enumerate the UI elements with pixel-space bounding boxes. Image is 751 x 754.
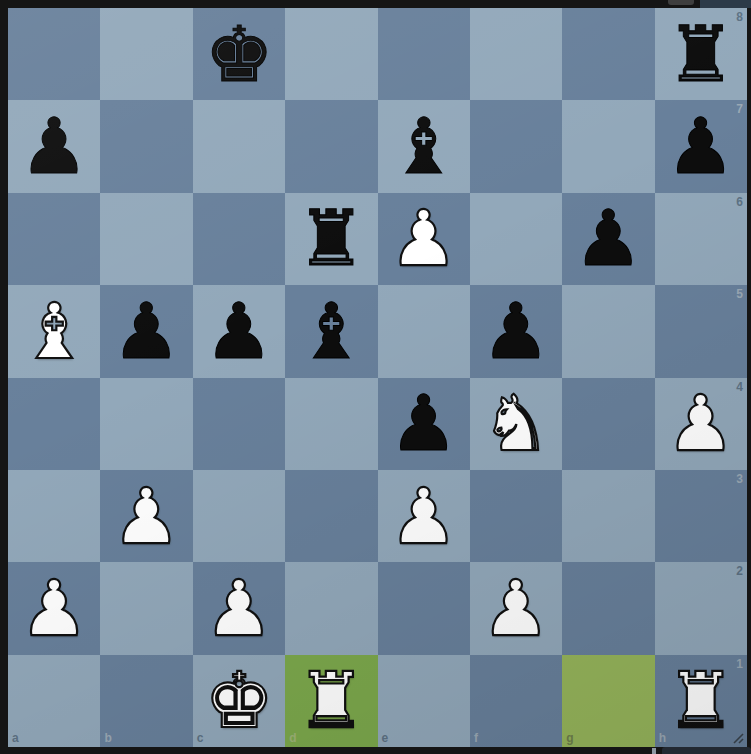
square-a4[interactable] [8, 378, 100, 470]
coord-file-e: e [382, 731, 389, 745]
piece-black-pawn[interactable]: ♟ [8, 100, 100, 192]
square-g4[interactable] [562, 378, 654, 470]
coord-file-b: b [104, 731, 111, 745]
square-e2[interactable] [378, 562, 470, 654]
square-b3[interactable]: ♟ [100, 470, 192, 562]
piece-black-bishop[interactable]: ♝ [378, 100, 470, 192]
piece-black-pawn[interactable]: ♟ [378, 378, 470, 470]
square-a3[interactable] [8, 470, 100, 562]
square-a1[interactable]: a [8, 655, 100, 747]
square-b1[interactable]: b [100, 655, 192, 747]
square-c6[interactable] [193, 193, 285, 285]
piece-white-pawn[interactable]: ♟ [193, 562, 285, 654]
square-c7[interactable] [193, 100, 285, 192]
square-h2[interactable]: 2 [655, 562, 747, 654]
piece-black-pawn[interactable]: ♟ [655, 100, 747, 192]
square-e8[interactable] [378, 8, 470, 100]
piece-white-pawn[interactable]: ♟ [470, 562, 562, 654]
square-h3[interactable]: 3 [655, 470, 747, 562]
square-c2[interactable]: ♟ [193, 562, 285, 654]
piece-white-knight[interactable]: ♞ [470, 378, 562, 470]
square-c1[interactable]: ♚c [193, 655, 285, 747]
square-h4[interactable]: ♟4 [655, 378, 747, 470]
coord-file-f: f [474, 731, 478, 745]
square-f4[interactable]: ♞ [470, 378, 562, 470]
bottom-ui-fragment [652, 748, 656, 754]
square-c5[interactable]: ♟ [193, 285, 285, 377]
coord-rank-5: 5 [736, 287, 743, 301]
square-b6[interactable] [100, 193, 192, 285]
square-b2[interactable] [100, 562, 192, 654]
coord-file-g: g [566, 731, 573, 745]
coord-rank-2: 2 [736, 564, 743, 578]
square-h7[interactable]: ♟7 [655, 100, 747, 192]
coord-rank-6: 6 [736, 195, 743, 209]
piece-black-rook[interactable]: ♜ [655, 8, 747, 100]
piece-white-bishop[interactable]: ♝ [8, 285, 100, 377]
square-d5[interactable]: ♝ [285, 285, 377, 377]
piece-white-pawn[interactable]: ♟ [378, 470, 470, 562]
square-e5[interactable] [378, 285, 470, 377]
square-f2[interactable]: ♟ [470, 562, 562, 654]
square-b4[interactable] [100, 378, 192, 470]
square-g3[interactable] [562, 470, 654, 562]
square-e6[interactable]: ♟ [378, 193, 470, 285]
square-e3[interactable]: ♟ [378, 470, 470, 562]
piece-white-pawn[interactable]: ♟ [100, 470, 192, 562]
square-b8[interactable] [100, 8, 192, 100]
piece-white-pawn[interactable]: ♟ [655, 378, 747, 470]
square-c4[interactable] [193, 378, 285, 470]
square-a8[interactable] [8, 8, 100, 100]
square-d6[interactable]: ♜ [285, 193, 377, 285]
square-e7[interactable]: ♝ [378, 100, 470, 192]
square-a6[interactable] [8, 193, 100, 285]
board-resize-handle[interactable] [731, 731, 745, 745]
piece-black-pawn[interactable]: ♟ [100, 285, 192, 377]
square-f6[interactable] [470, 193, 562, 285]
square-h6[interactable]: 6 [655, 193, 747, 285]
piece-black-rook[interactable]: ♜ [285, 193, 377, 285]
square-c3[interactable] [193, 470, 285, 562]
square-e1[interactable]: e [378, 655, 470, 747]
square-d1[interactable]: ♜d [285, 655, 377, 747]
square-a2[interactable]: ♟ [8, 562, 100, 654]
square-e4[interactable]: ♟ [378, 378, 470, 470]
piece-white-pawn[interactable]: ♟ [8, 562, 100, 654]
window-tab-notch [668, 0, 694, 5]
square-g5[interactable] [562, 285, 654, 377]
square-f5[interactable]: ♟ [470, 285, 562, 377]
coord-rank-3: 3 [736, 472, 743, 486]
square-a7[interactable]: ♟ [8, 100, 100, 192]
piece-black-bishop[interactable]: ♝ [285, 285, 377, 377]
piece-white-pawn[interactable]: ♟ [378, 193, 470, 285]
square-g8[interactable] [562, 8, 654, 100]
chess-board: ♚♜8♟♝♟7♜♟♟6♝♟♟♝♟5♟♞♟4♟♟3♟♟♟2ab♚c♜defg♜1h [8, 8, 747, 747]
top-right-ui-fragment [700, 0, 751, 8]
square-g2[interactable] [562, 562, 654, 654]
square-a5[interactable]: ♝ [8, 285, 100, 377]
square-f1[interactable]: f [470, 655, 562, 747]
piece-black-king[interactable]: ♚ [193, 8, 285, 100]
coord-file-a: a [12, 731, 19, 745]
square-f8[interactable] [470, 8, 562, 100]
square-h8[interactable]: ♜8 [655, 8, 747, 100]
square-c8[interactable]: ♚ [193, 8, 285, 100]
square-d2[interactable] [285, 562, 377, 654]
piece-black-pawn[interactable]: ♟ [562, 193, 654, 285]
piece-white-rook[interactable]: ♜ [285, 655, 377, 747]
bottom-bar-fragment [662, 747, 751, 754]
square-g1[interactable]: g [562, 655, 654, 747]
square-b7[interactable] [100, 100, 192, 192]
piece-white-king[interactable]: ♚ [193, 655, 285, 747]
square-d7[interactable] [285, 100, 377, 192]
square-d3[interactable] [285, 470, 377, 562]
square-f3[interactable] [470, 470, 562, 562]
square-b5[interactable]: ♟ [100, 285, 192, 377]
square-d8[interactable] [285, 8, 377, 100]
square-f7[interactable] [470, 100, 562, 192]
square-h5[interactable]: 5 [655, 285, 747, 377]
piece-black-pawn[interactable]: ♟ [470, 285, 562, 377]
piece-black-pawn[interactable]: ♟ [193, 285, 285, 377]
square-g6[interactable]: ♟ [562, 193, 654, 285]
square-g7[interactable] [562, 100, 654, 192]
square-d4[interactable] [285, 378, 377, 470]
square-h1[interactable]: ♜1h [655, 655, 747, 747]
